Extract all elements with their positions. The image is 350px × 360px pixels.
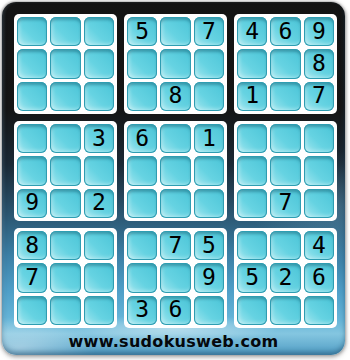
cell-r2c9[interactable]: 8 [304,49,334,78]
cell-r2c7[interactable] [237,49,267,78]
cell-r5c4[interactable] [127,156,157,185]
sudoku-board: 57846981739261787759364526 [14,14,337,328]
cell-r2c4[interactable] [127,49,157,78]
cell-r2c5[interactable] [160,49,190,78]
cell-r8c9[interactable]: 6 [304,263,334,292]
cell-r6c7[interactable] [237,189,267,218]
cell-r6c1[interactable]: 9 [17,189,47,218]
cell-r8c2[interactable] [50,263,80,292]
cell-r4c4[interactable]: 6 [127,124,157,153]
cell-r1c1[interactable] [17,17,47,46]
cell-r7c2[interactable] [50,231,80,260]
box-1 [14,14,117,114]
cell-r4c2[interactable] [50,124,80,153]
cell-r9c5[interactable]: 6 [160,296,190,325]
cell-r3c6[interactable] [194,82,224,111]
cell-r5c6[interactable] [194,156,224,185]
cell-r9c3[interactable] [84,296,114,325]
cell-r7c8[interactable] [270,231,300,260]
cell-r1c3[interactable] [84,17,114,46]
cell-r4c6[interactable]: 1 [194,124,224,153]
box-3: 469817 [234,14,337,114]
cell-r7c6[interactable]: 5 [194,231,224,260]
cell-r9c8[interactable] [270,296,300,325]
cell-r9c1[interactable] [17,296,47,325]
cell-r4c1[interactable] [17,124,47,153]
cell-r2c3[interactable] [84,49,114,78]
cell-r3c5[interactable]: 8 [160,82,190,111]
cell-r4c8[interactable] [270,124,300,153]
box-5: 61 [124,121,227,221]
cell-r6c9[interactable] [304,189,334,218]
cell-r5c8[interactable] [270,156,300,185]
cell-r9c4[interactable]: 3 [127,296,157,325]
cell-r1c6[interactable]: 7 [194,17,224,46]
cell-r5c2[interactable] [50,156,80,185]
cell-r7c3[interactable] [84,231,114,260]
box-4: 392 [14,121,117,221]
cell-r1c8[interactable]: 6 [270,17,300,46]
cell-r3c9[interactable]: 7 [304,82,334,111]
cell-r6c5[interactable] [160,189,190,218]
box-9: 4526 [234,228,337,328]
box-2: 578 [124,14,227,114]
cell-r1c4[interactable]: 5 [127,17,157,46]
cell-r8c5[interactable] [160,263,190,292]
cell-r1c7[interactable]: 4 [237,17,267,46]
cell-r2c1[interactable] [17,49,47,78]
cell-r2c6[interactable] [194,49,224,78]
cell-r7c4[interactable] [127,231,157,260]
cell-r7c1[interactable]: 8 [17,231,47,260]
footer: www.sudokusweb.com [2,328,345,355]
cell-r4c3[interactable]: 3 [84,124,114,153]
cell-r6c6[interactable] [194,189,224,218]
cell-r9c9[interactable] [304,296,334,325]
cell-r6c2[interactable] [50,189,80,218]
cell-r1c9[interactable]: 9 [304,17,334,46]
cell-r6c4[interactable] [127,189,157,218]
cell-r3c1[interactable] [17,82,47,111]
cell-r3c2[interactable] [50,82,80,111]
cell-r9c2[interactable] [50,296,80,325]
cell-r8c4[interactable] [127,263,157,292]
cell-r7c9[interactable]: 4 [304,231,334,260]
cell-r3c4[interactable] [127,82,157,111]
cell-r7c5[interactable]: 7 [160,231,190,260]
cell-r9c7[interactable] [237,296,267,325]
cell-r8c6[interactable]: 9 [194,263,224,292]
cell-r5c1[interactable] [17,156,47,185]
sudoku-frame: 57846981739261787759364526 www.sudokuswe… [2,2,345,355]
cell-r8c8[interactable]: 2 [270,263,300,292]
cell-r8c7[interactable]: 5 [237,263,267,292]
cell-r5c7[interactable] [237,156,267,185]
cell-r2c2[interactable] [50,49,80,78]
cell-r2c8[interactable] [270,49,300,78]
box-8: 75936 [124,228,227,328]
cell-r6c3[interactable]: 2 [84,189,114,218]
cell-r5c9[interactable] [304,156,334,185]
box-7: 87 [14,228,117,328]
cell-r1c5[interactable] [160,17,190,46]
cell-r5c3[interactable] [84,156,114,185]
cell-r9c6[interactable] [194,296,224,325]
cell-r8c3[interactable] [84,263,114,292]
cell-r5c5[interactable] [160,156,190,185]
box-6: 7 [234,121,337,221]
cell-r7c7[interactable] [237,231,267,260]
cell-r4c7[interactable] [237,124,267,153]
cell-r3c7[interactable]: 1 [237,82,267,111]
cell-r3c3[interactable] [84,82,114,111]
site-link[interactable]: www.sudokusweb.com [68,332,278,351]
cell-r1c2[interactable] [50,17,80,46]
cell-r4c5[interactable] [160,124,190,153]
cell-r6c8[interactable]: 7 [270,189,300,218]
cell-r4c9[interactable] [304,124,334,153]
cell-r8c1[interactable]: 7 [17,263,47,292]
cell-r3c8[interactable] [270,82,300,111]
